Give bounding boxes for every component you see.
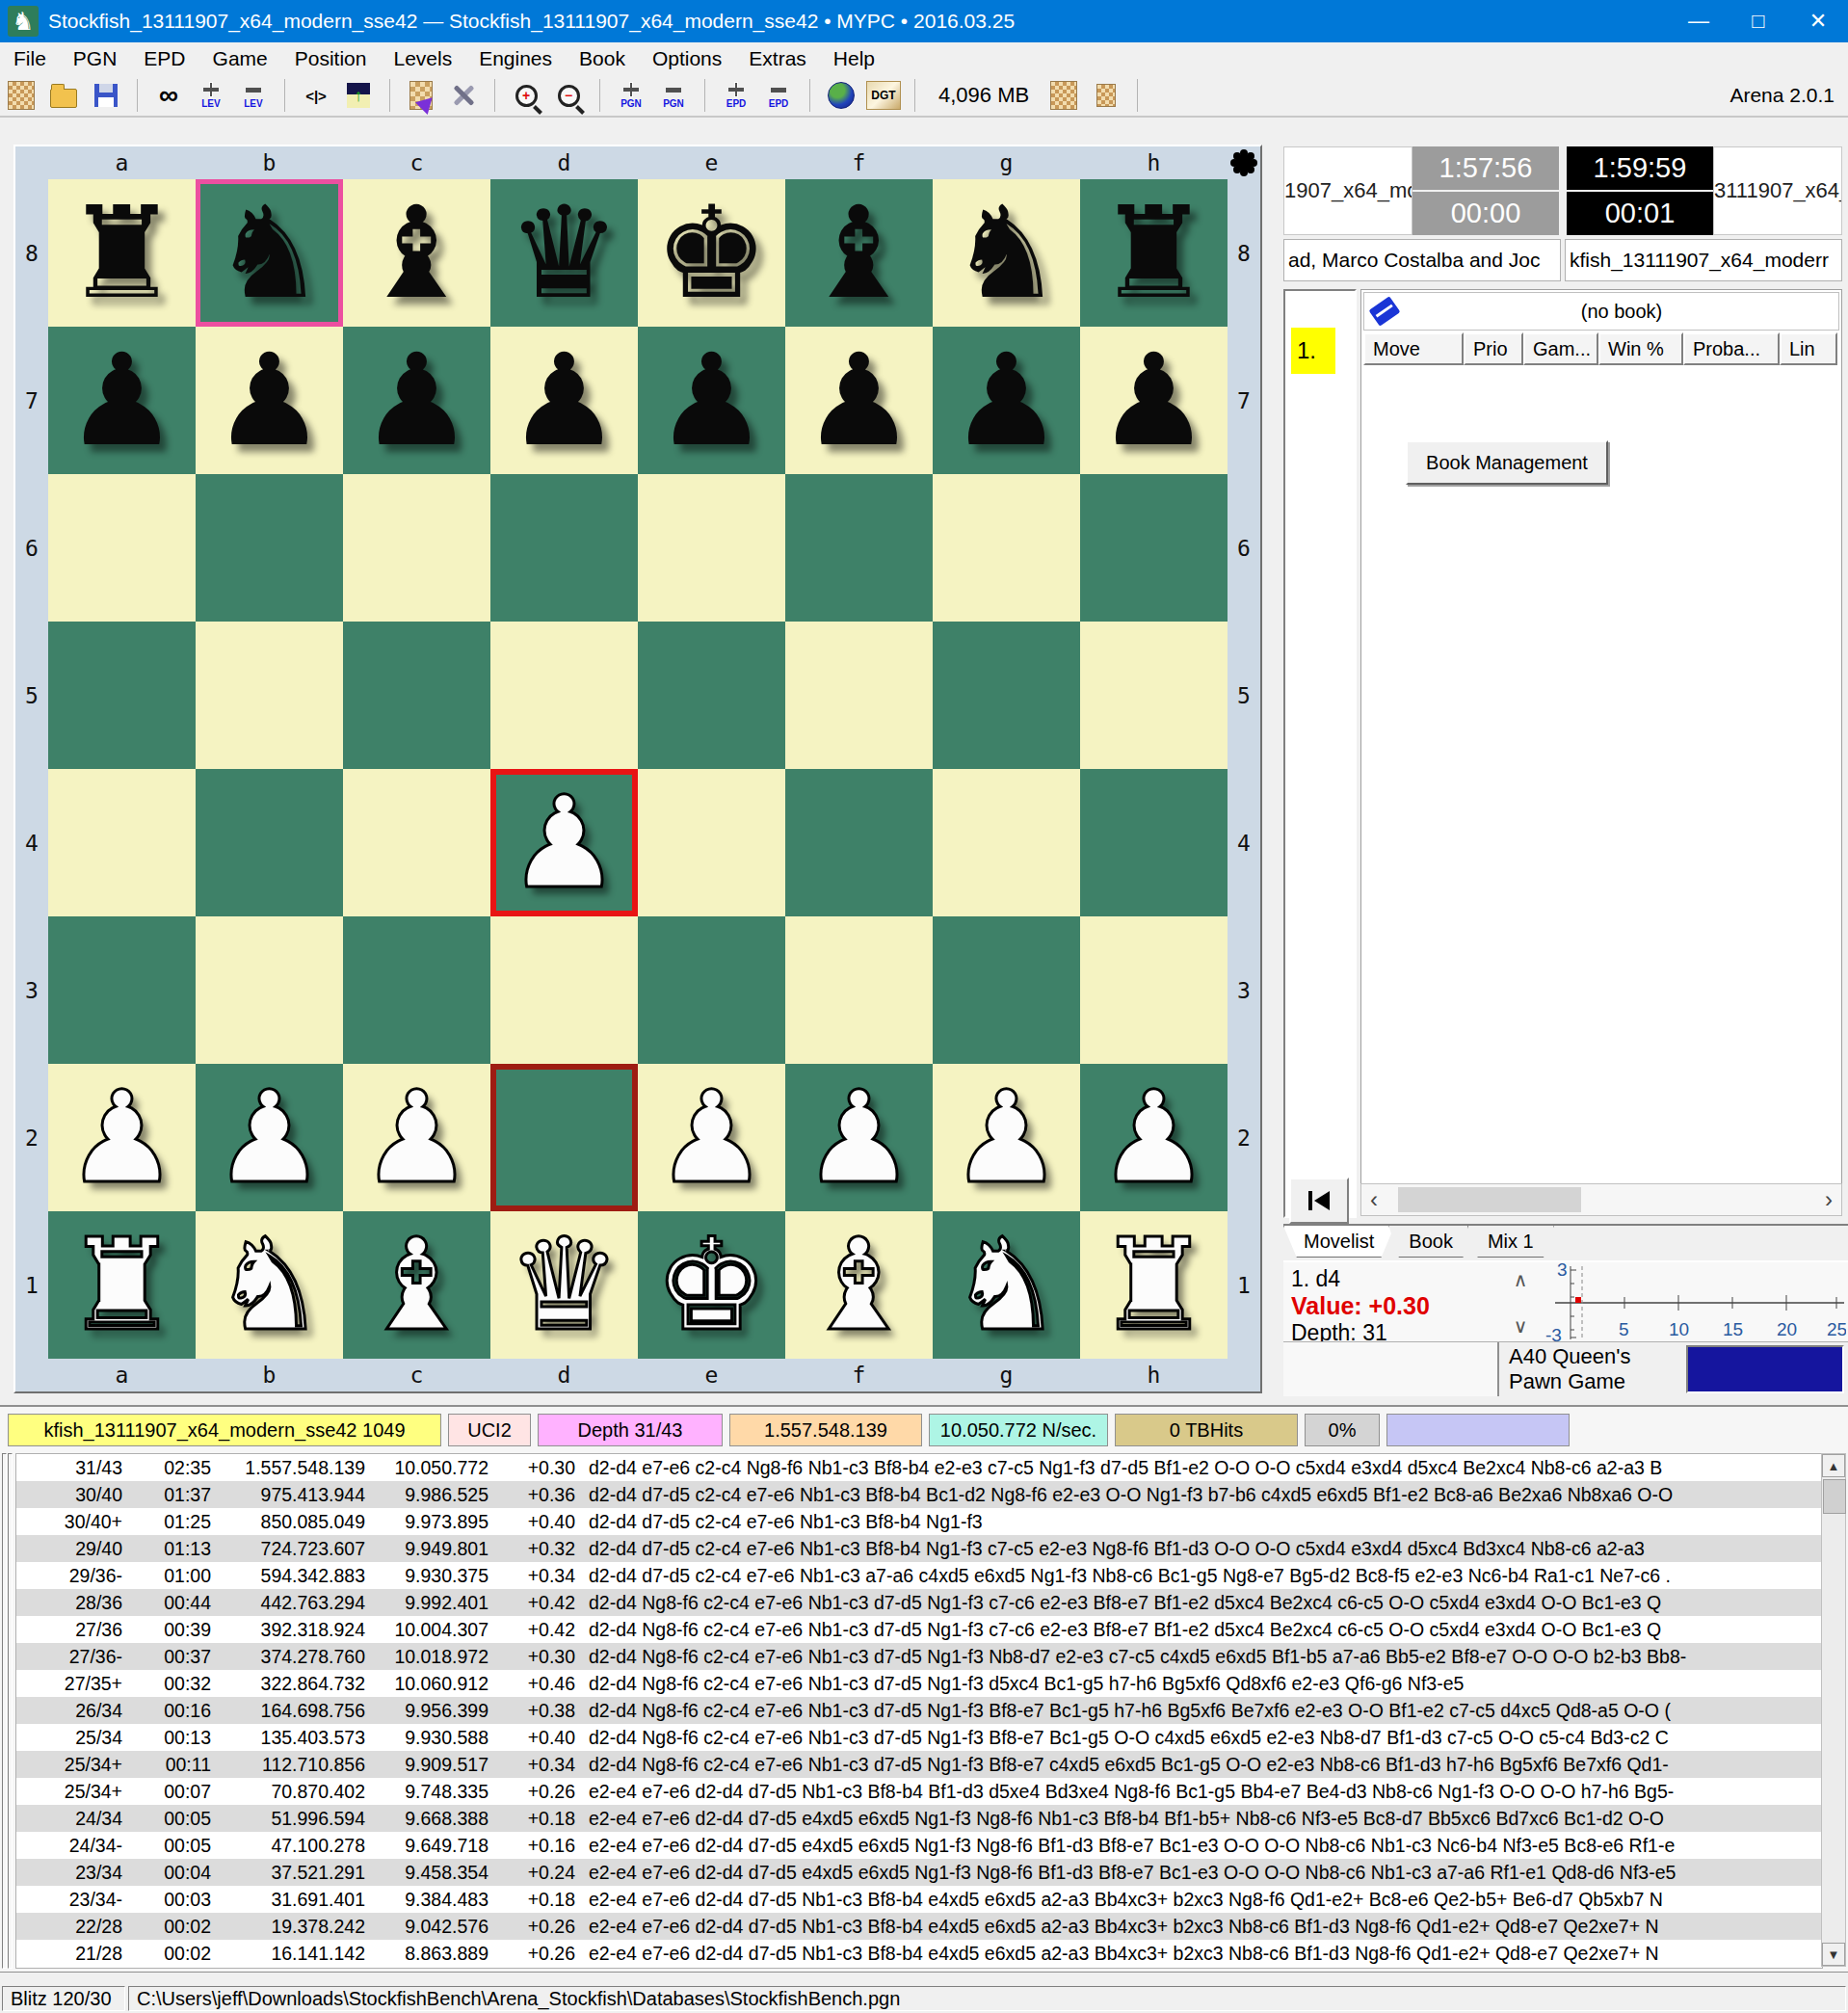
- eval-value-label: Value: +0.30: [1291, 1292, 1503, 1320]
- square-c1[interactable]: ♝: [343, 1211, 490, 1359]
- save-icon[interactable]: [92, 81, 120, 110]
- analysis-row[interactable]: 30/40+01:25850.085.0499.973.895+0.40d2-d…: [16, 1508, 1822, 1535]
- rank-label-6-right: 6: [1228, 474, 1260, 622]
- pv-cell: e2-e4 e7-e6 d2-d4 d7-d5 e4xd5 e6xd5 Ng1-…: [575, 1835, 1822, 1857]
- board-small-icon[interactable]: [1092, 81, 1121, 110]
- pv-cell: e2-e4 e7-e6 d2-d4 d7-d5 Nb1-c3 Bf8-b4 e4…: [575, 1889, 1822, 1911]
- scroll-up-icon[interactable]: ∧: [1514, 1268, 1528, 1291]
- square-h3[interactable]: [1080, 916, 1228, 1064]
- depth-cell: 30/40: [16, 1484, 122, 1506]
- tools-icon[interactable]: [449, 81, 478, 110]
- nps-cell: 10.004.307: [365, 1619, 488, 1641]
- square-g1[interactable]: ♞: [933, 1211, 1080, 1359]
- square-g3[interactable]: [933, 916, 1080, 1064]
- analysis-table[interactable]: 31/4302:351.557.548.13910.050.772+0.30d2…: [15, 1453, 1823, 1969]
- square-h4[interactable]: [1080, 769, 1228, 916]
- square-f5[interactable]: [785, 622, 933, 769]
- square-f8[interactable]: ♝: [785, 179, 933, 327]
- square-h7[interactable]: ♟: [1080, 327, 1228, 474]
- status-bar: Blitz 120/30 C:\Users\jeff\Downloads\Sto…: [0, 1984, 1848, 2013]
- book-column-proba[interactable]: Proba...: [1683, 332, 1780, 365]
- rank-label-5-left: 5: [15, 622, 48, 769]
- analysis-row[interactable]: 24/3400:0551.996.5949.668.388+0.18e2-e4 …: [16, 1805, 1822, 1832]
- time-cell: 00:13: [122, 1727, 211, 1749]
- clock-panel: 1907_x64_mo 1:57:56 00:00 1:59:59 00:01 …: [1283, 146, 1842, 283]
- black-pawn-e7[interactable]: ♟: [654, 329, 768, 473]
- menu-help[interactable]: Help: [820, 47, 888, 70]
- menu-epd[interactable]: EPD: [130, 47, 198, 70]
- square-d7[interactable]: ♟: [490, 327, 638, 474]
- eval-cell: +0.36: [488, 1484, 575, 1506]
- depth-cell: 28/36: [16, 1592, 122, 1614]
- new-game-icon[interactable]: [7, 81, 36, 110]
- square-g8[interactable]: ♞: [933, 179, 1080, 327]
- analysis-row[interactable]: 25/3400:13135.403.5739.930.588+0.40d2-d4…: [16, 1724, 1822, 1751]
- nodes-cell: 164.698.756: [211, 1700, 365, 1722]
- square-f7[interactable]: ♟: [785, 327, 933, 474]
- rank-label-7-left: 7: [15, 327, 48, 474]
- board-corner: [15, 1359, 48, 1391]
- square-a5[interactable]: [48, 622, 196, 769]
- eval-cell: +0.30: [488, 1646, 575, 1668]
- book-icon: [1369, 296, 1401, 326]
- menu-levels[interactable]: Levels: [380, 47, 465, 70]
- analysis-row[interactable]: 26/3400:16164.698.7569.956.399+0.38d2-d4…: [16, 1697, 1822, 1724]
- engine-color-indicator: [1686, 1345, 1844, 1393]
- nps-cell: 9.042.576: [365, 1916, 488, 1938]
- square-b7[interactable]: ♟: [196, 327, 343, 474]
- analysis-row[interactable]: 27/36-00:37374.278.76010.018.972+0.30d2-…: [16, 1643, 1822, 1670]
- book-horizontal-scrollbar[interactable]: ‹ ›: [1360, 1183, 1842, 1216]
- square-g5[interactable]: [933, 622, 1080, 769]
- black-pawn-f7[interactable]: ♟: [802, 329, 915, 473]
- scroll-left-icon[interactable]: ‹: [1361, 1185, 1386, 1214]
- eco-row: A40 Queen's Pawn Game: [1283, 1341, 1848, 1396]
- file-label-e-top: e: [638, 146, 785, 179]
- square-h1[interactable]: ♜: [1080, 1211, 1228, 1359]
- white-pawn-d4[interactable]: ♟: [507, 771, 620, 915]
- black-pawn-g7[interactable]: ♟: [949, 329, 1063, 473]
- black-king-e8[interactable]: ♚: [654, 181, 768, 326]
- depth-cell: 29/36-: [16, 1565, 122, 1587]
- nps-cell: 9.949.801: [365, 1538, 488, 1560]
- black-pawn-b7[interactable]: ♟: [212, 329, 326, 473]
- white-knight-g1[interactable]: ♞: [949, 1213, 1063, 1358]
- eval-cell: +0.42: [488, 1619, 575, 1641]
- nodes-cell: 51.996.594: [211, 1808, 365, 1830]
- app-icon: ♞: [8, 6, 39, 37]
- eval-cell: +0.30: [488, 1457, 575, 1479]
- pv-cell: e2-e4 e7-e6 d2-d4 d7-d5 Nb1-c3 Bf8-b4 e4…: [575, 1943, 1822, 1965]
- file-label-d-top: d: [490, 146, 638, 179]
- analysis-row[interactable]: 29/36-01:00594.342.8839.930.375+0.34d2-d…: [16, 1562, 1822, 1589]
- file-label-h-top: h: [1080, 146, 1228, 179]
- eval-cell: +0.18: [488, 1808, 575, 1830]
- square-c3[interactable]: [343, 916, 490, 1064]
- skip-to-start-icon: [1307, 1190, 1332, 1211]
- nodes-cell: 442.763.294: [211, 1592, 365, 1614]
- square-g7[interactable]: ♟: [933, 327, 1080, 474]
- analysis-vertical-scrollbar[interactable]: ▲ ▼: [1821, 1453, 1846, 1967]
- file-label-g-top: g: [933, 146, 1080, 179]
- square-b1[interactable]: ♞: [196, 1211, 343, 1359]
- square-b3[interactable]: [196, 916, 343, 1064]
- pv-cell: d2-d4 Ng8-f6 c2-c4 e7-e6 Nb1-c3 d7-d5 Ng…: [575, 1592, 1822, 1614]
- nodes-cell: 135.403.573: [211, 1727, 365, 1749]
- black-bishop-c8[interactable]: ♝: [359, 181, 473, 326]
- book-column-win%[interactable]: Win %: [1598, 332, 1683, 365]
- square-d6[interactable]: [490, 474, 638, 622]
- square-b2[interactable]: ♟: [196, 1064, 343, 1211]
- pgn-minus-icon[interactable]: PGN: [659, 81, 688, 110]
- book-management-button[interactable]: Book Management: [1406, 440, 1608, 485]
- rank-label-8-left: 8: [15, 179, 48, 327]
- chess-board[interactable]: abcdefgh8♜♞♝♛♚♝♞♜87♟♟♟♟♟♟♟♟766554♟4332♟♟…: [15, 146, 1260, 1391]
- current-move-label: 1. d4: [1291, 1266, 1503, 1292]
- panel-splitter[interactable]: [2, 1453, 13, 1967]
- menu-game[interactable]: Game: [199, 47, 281, 70]
- dgt-icon[interactable]: DGT: [869, 81, 898, 110]
- analysis-row[interactable]: 23/34-00:0331.691.4019.384.483+0.18e2-e4…: [16, 1886, 1822, 1913]
- analysis-horizontal-scrollbar[interactable]: [0, 1972, 1848, 1984]
- clock-left: 1:57:56 00:00: [1412, 146, 1559, 235]
- infinite-analysis-icon[interactable]: ∞: [154, 81, 183, 110]
- board-large-icon[interactable]: [1049, 81, 1078, 110]
- black-queen-d8[interactable]: ♛: [507, 181, 620, 326]
- black-pawn-h7[interactable]: ♟: [1096, 329, 1210, 473]
- rank-label-3-right: 3: [1228, 916, 1260, 1064]
- depth-cell: 24/34: [16, 1808, 122, 1830]
- menu-book[interactable]: Book: [566, 47, 639, 70]
- square-h8[interactable]: ♜: [1080, 179, 1228, 327]
- white-pawn-g2[interactable]: ♟: [949, 1066, 1063, 1210]
- toolbar: ∞ LEV LEV <|> ↑ + − PGN PGN EPD EPD DGT …: [0, 75, 1848, 118]
- time-cell: 00:16: [122, 1700, 211, 1722]
- square-a7[interactable]: ♟: [48, 327, 196, 474]
- square-e5[interactable]: [638, 622, 785, 769]
- white-rook-a1[interactable]: ♜: [65, 1213, 178, 1358]
- white-knight-b1[interactable]: ♞: [212, 1213, 326, 1358]
- file-label-b-top: b: [196, 146, 343, 179]
- nps-cell: 9.384.483: [365, 1889, 488, 1911]
- square-a2[interactable]: ♟: [48, 1064, 196, 1211]
- nodes-cell: 850.085.049: [211, 1511, 365, 1533]
- square-a4[interactable]: [48, 769, 196, 916]
- analysis-row[interactable]: 23/3400:0437.521.2919.458.354+0.24e2-e4 …: [16, 1859, 1822, 1886]
- square-c2[interactable]: ♟: [343, 1064, 490, 1211]
- time-cell: 00:02: [122, 1916, 211, 1938]
- scroll-down-icon[interactable]: ▼: [1822, 1943, 1845, 1966]
- square-f6[interactable]: [785, 474, 933, 622]
- scrollbar-thumb[interactable]: [1823, 1479, 1846, 1514]
- zoom-in-icon[interactable]: +: [512, 81, 541, 110]
- board-corner: [1228, 1359, 1260, 1391]
- clock-left-increment: 00:00: [1412, 190, 1559, 235]
- menu-pgn[interactable]: PGN: [60, 47, 131, 70]
- square-e6[interactable]: [638, 474, 785, 622]
- white-bishop-c1[interactable]: ♝: [359, 1213, 473, 1358]
- clock-right-increment: 00:01: [1567, 190, 1713, 235]
- swap-sides-icon[interactable]: <|>: [302, 81, 330, 110]
- nps-cell: 9.458.354: [365, 1862, 488, 1884]
- menu-extras[interactable]: Extras: [735, 47, 820, 70]
- nodes-cell: 1.557.548.139: [211, 1457, 365, 1479]
- tab-book[interactable]: Book: [1388, 1226, 1473, 1258]
- eval-cell: +0.26: [488, 1943, 575, 1965]
- black-rook-h8[interactable]: ♜: [1096, 181, 1210, 326]
- square-h2[interactable]: ♟: [1080, 1064, 1228, 1211]
- book-column-lin[interactable]: Lin: [1780, 332, 1837, 365]
- open-file-icon[interactable]: [49, 81, 78, 110]
- square-d3[interactable]: [490, 916, 638, 1064]
- square-f4[interactable]: [785, 769, 933, 916]
- depth-cell: 24/34-: [16, 1835, 122, 1857]
- square-g6[interactable]: [933, 474, 1080, 622]
- square-g2[interactable]: ♟: [933, 1064, 1080, 1211]
- square-a1[interactable]: ♜: [48, 1211, 196, 1359]
- tbhits-chip: 0 TBHits: [1115, 1414, 1298, 1446]
- pv-cell: e2-e4 e7-e6 d2-d4 d7-d5 Nb1-c3 Bf8-b4 Bf…: [575, 1781, 1822, 1803]
- movelist-strip: 1.: [1283, 289, 1357, 1218]
- eval-cell: +0.46: [488, 1673, 575, 1695]
- file-label-c-bottom: c: [343, 1359, 490, 1391]
- black-bishop-f8[interactable]: ♝: [802, 181, 915, 326]
- flip-board-icon[interactable]: ↑: [344, 81, 373, 110]
- square-h6[interactable]: [1080, 474, 1228, 622]
- analysis-row[interactable]: 31/4302:351.557.548.13910.050.772+0.30d2…: [16, 1454, 1822, 1481]
- analysis-row[interactable]: 21/2800:0216.141.1428.863.889+0.26e2-e4 …: [16, 1940, 1822, 1967]
- square-d1[interactable]: ♛: [490, 1211, 638, 1359]
- black-rook-a8[interactable]: ♜: [65, 181, 178, 326]
- nodes-cell: 392.318.924: [211, 1619, 365, 1641]
- black-pawn-d7[interactable]: ♟: [507, 329, 620, 473]
- level-plus-icon[interactable]: LEV: [197, 81, 225, 110]
- black-knight-b8[interactable]: ♞: [212, 181, 326, 326]
- white-pawn-h2[interactable]: ♟: [1096, 1066, 1210, 1210]
- pgn-plus-icon[interactable]: PGN: [617, 81, 646, 110]
- analysis-row[interactable]: 27/35+00:32322.864.73210.060.912+0.46d2-…: [16, 1670, 1822, 1697]
- white-rook-h1[interactable]: ♜: [1096, 1213, 1210, 1358]
- white-bishop-f1[interactable]: ♝: [802, 1213, 915, 1358]
- nps-cell: 9.986.525: [365, 1484, 488, 1506]
- maximize-button[interactable]: □: [1729, 0, 1788, 42]
- nodes-cell: 724.723.607: [211, 1538, 365, 1560]
- eval-cell: +0.34: [488, 1565, 575, 1587]
- analysis-row[interactable]: 25/34+00:11112.710.8569.909.517+0.34d2-d…: [16, 1751, 1822, 1778]
- time-cell: 00:39: [122, 1619, 211, 1641]
- zoom-out-icon[interactable]: −: [554, 81, 583, 110]
- square-h5[interactable]: [1080, 622, 1228, 769]
- menu-engines[interactable]: Engines: [465, 47, 566, 70]
- rank-label-2-right: 2: [1228, 1064, 1260, 1211]
- square-f2[interactable]: ♟: [785, 1064, 933, 1211]
- square-e7[interactable]: ♟: [638, 327, 785, 474]
- analysis-row[interactable]: 24/34-00:0547.100.2789.649.718+0.16e2-e4…: [16, 1832, 1822, 1859]
- epd-plus-icon[interactable]: EPD: [722, 81, 751, 110]
- white-king-e1[interactable]: ♚: [654, 1213, 768, 1358]
- engine-authors-left: ad, Marco Costalba and Joc: [1283, 239, 1561, 281]
- side-to-move-icon: [1228, 146, 1260, 179]
- depth-cell: 27/36: [16, 1619, 122, 1641]
- tab-mix1[interactable]: Mix 1: [1467, 1226, 1554, 1258]
- nodes-chip: 1.557.548.139: [729, 1414, 922, 1446]
- panel-tabs: MovelistBookMix 1: [1283, 1224, 1848, 1260]
- nps-cell: 8.863.889: [365, 1943, 488, 1965]
- black-pawn-c7[interactable]: ♟: [359, 329, 473, 473]
- book-column-prio[interactable]: Prio: [1464, 332, 1523, 365]
- analysis-row[interactable]: 28/3600:44442.763.2949.992.401+0.42d2-d4…: [16, 1589, 1822, 1616]
- analysis-row[interactable]: 22/2800:0219.378.2429.042.576+0.26e2-e4 …: [16, 1913, 1822, 1940]
- move-number-cell[interactable]: 1.: [1291, 328, 1335, 374]
- nodes-cell: 594.342.883: [211, 1565, 365, 1587]
- analysis-row[interactable]: 27/3600:39392.318.92410.004.307+0.42d2-d…: [16, 1616, 1822, 1643]
- depth-cell: 27/35+: [16, 1673, 122, 1695]
- pv-cell: d2-d4 Ng8-f6 c2-c4 e7-e6 Nb1-c3 d7-d5 Ng…: [575, 1727, 1822, 1749]
- pv-cell: d2-d4 d7-d5 c2-c4 e7-e6 Nb1-c3 a7-a6 c4x…: [575, 1565, 1822, 1587]
- white-pawn-c2[interactable]: ♟: [359, 1066, 473, 1210]
- depth-cell: 23/34-: [16, 1889, 122, 1911]
- square-d2[interactable]: [490, 1064, 638, 1211]
- square-b4[interactable]: [196, 769, 343, 916]
- rank-label-6-left: 6: [15, 474, 48, 622]
- scrollbar-thumb[interactable]: [1398, 1187, 1581, 1212]
- nps-cell: 9.649.718: [365, 1835, 488, 1857]
- time-cell: 00:44: [122, 1592, 211, 1614]
- nps-cell: 9.909.517: [365, 1754, 488, 1776]
- time-cell: 00:32: [122, 1673, 211, 1695]
- pv-cell: d2-d4 d7-d5 c2-c4 e7-e6 Nb1-c3 Bf8-b4 Ng…: [575, 1538, 1822, 1560]
- clock-left-time: 1:57:56: [1412, 146, 1559, 190]
- engine-status-strip: kfish_13111907_x64_modern_sse42 1049UCI2…: [8, 1413, 1576, 1447]
- depth-cell: 31/43: [16, 1457, 122, 1479]
- menu-file[interactable]: File: [0, 47, 60, 70]
- time-cell: 02:35: [122, 1457, 211, 1479]
- analysis-row[interactable]: 25/34+00:0770.870.4029.748.335+0.26e2-e4…: [16, 1778, 1822, 1805]
- close-button[interactable]: ✕: [1788, 0, 1848, 42]
- engine-name-chip: kfish_13111907_x64_modern_sse42 1049: [8, 1414, 441, 1446]
- time-cell: 01:25: [122, 1511, 211, 1533]
- time-control-label: Blitz 120/30: [2, 1986, 125, 2011]
- eval-cell: +0.26: [488, 1916, 575, 1938]
- menu-bar: FilePGNEPDGamePositionLevelsEnginesBookO…: [0, 42, 1848, 76]
- square-e3[interactable]: [638, 916, 785, 1064]
- nodes-cell: 16.141.142: [211, 1943, 365, 1965]
- chess-board-panel: abcdefgh8♜♞♝♛♚♝♞♜87♟♟♟♟♟♟♟♟766554♟4332♟♟…: [13, 145, 1262, 1393]
- square-e2[interactable]: ♟: [638, 1064, 785, 1211]
- rank-label-7-right: 7: [1228, 327, 1260, 474]
- white-pawn-f2[interactable]: ♟: [802, 1066, 915, 1210]
- square-a8[interactable]: ♜: [48, 179, 196, 327]
- go-to-start-button[interactable]: [1289, 1178, 1349, 1224]
- time-cell: 00:07: [122, 1781, 211, 1803]
- hash-memory-label: 4,096 MB: [938, 83, 1029, 108]
- nodes-cell: 975.413.944: [211, 1484, 365, 1506]
- engine-label-right: kfish_13111907_x64_moderr: [1565, 239, 1842, 281]
- level-minus-icon[interactable]: LEV: [239, 81, 268, 110]
- square-f3[interactable]: [785, 916, 933, 1064]
- clock-right-time: 1:59:59: [1567, 146, 1713, 190]
- square-a6[interactable]: [48, 474, 196, 622]
- book-column-headers: MovePrioGam...Win %Proba...Lin: [1363, 332, 1839, 365]
- file-label-a-bottom: a: [48, 1359, 196, 1391]
- nps-cell: 9.956.399: [365, 1700, 488, 1722]
- square-a3[interactable]: [48, 916, 196, 1064]
- spare-chip: [1386, 1414, 1570, 1446]
- file-label-a-top: a: [48, 146, 196, 179]
- white-queen-d1[interactable]: ♛: [507, 1213, 620, 1358]
- depth-cell: 26/34: [16, 1700, 122, 1722]
- black-pawn-a7[interactable]: ♟: [65, 329, 178, 473]
- white-pawn-b2[interactable]: ♟: [212, 1066, 326, 1210]
- square-d8[interactable]: ♛: [490, 179, 638, 327]
- square-d5[interactable]: [490, 622, 638, 769]
- depth-cell: 25/34+: [16, 1781, 122, 1803]
- minimize-button[interactable]: —: [1669, 0, 1729, 42]
- tab-movelist[interactable]: Movelist: [1283, 1226, 1394, 1258]
- nodes-cell: 70.870.402: [211, 1781, 365, 1803]
- time-cell: 01:00: [122, 1565, 211, 1587]
- square-e8[interactable]: ♚: [638, 179, 785, 327]
- pv-cell: e2-e4 e7-e6 d2-d4 d7-d5 e4xd5 e6xd5 Ng1-…: [575, 1862, 1822, 1884]
- square-b5[interactable]: [196, 622, 343, 769]
- square-c7[interactable]: ♟: [343, 327, 490, 474]
- nodes-cell: 322.864.732: [211, 1673, 365, 1695]
- epd-minus-icon[interactable]: EPD: [764, 81, 793, 110]
- square-c8[interactable]: ♝: [343, 179, 490, 327]
- square-f1[interactable]: ♝: [785, 1211, 933, 1359]
- square-e4[interactable]: [638, 769, 785, 916]
- scroll-up-icon[interactable]: ▲: [1822, 1454, 1845, 1477]
- white-pawn-a2[interactable]: ♟: [65, 1066, 178, 1210]
- scroll-down-icon[interactable]: ∨: [1514, 1314, 1528, 1338]
- eval-cell: +0.38: [488, 1700, 575, 1722]
- square-b8[interactable]: ♞: [196, 179, 343, 327]
- square-g4[interactable]: [933, 769, 1080, 916]
- time-cell: 00:37: [122, 1646, 211, 1668]
- square-b6[interactable]: [196, 474, 343, 622]
- menu-position[interactable]: Position: [281, 47, 381, 70]
- book-column-gam[interactable]: Gam...: [1523, 332, 1598, 365]
- nodes-cell: 112.710.856: [211, 1754, 365, 1776]
- book-name-label: (no book): [1405, 301, 1838, 323]
- rank-label-3-left: 3: [15, 916, 48, 1064]
- pv-cell: d2-d4 e7-e6 c2-c4 Ng8-f6 Nb1-c3 Bf8-b4 e…: [575, 1457, 1822, 1479]
- globe-icon[interactable]: [827, 81, 856, 110]
- time-cell: 00:05: [122, 1808, 211, 1830]
- book-column-move[interactable]: Move: [1363, 332, 1464, 365]
- time-cell: 01:37: [122, 1484, 211, 1506]
- eval-cell: +0.16: [488, 1835, 575, 1857]
- scroll-right-icon[interactable]: ›: [1816, 1185, 1841, 1214]
- white-pawn-e2[interactable]: ♟: [654, 1066, 768, 1210]
- nps-cell: 9.930.375: [365, 1565, 488, 1587]
- analysis-row[interactable]: 29/4001:13724.723.6079.949.801+0.32d2-d4…: [16, 1535, 1822, 1562]
- svg-text:15: 15: [1723, 1319, 1743, 1339]
- square-c6[interactable]: [343, 474, 490, 622]
- rank-label-2-left: 2: [15, 1064, 48, 1211]
- nps-cell: 9.930.588: [365, 1727, 488, 1749]
- analysis-info-panel: 1. d4 Value: +0.30 Depth: 31 ∧ ∨ 3 -3 5 …: [1283, 1260, 1848, 1343]
- square-d4[interactable]: ♟: [490, 769, 638, 916]
- square-c5[interactable]: [343, 622, 490, 769]
- black-knight-g8[interactable]: ♞: [949, 181, 1063, 326]
- menu-options[interactable]: Options: [639, 47, 735, 70]
- analysis-row[interactable]: 30/4001:37975.413.9449.986.525+0.36d2-d4…: [16, 1481, 1822, 1508]
- time-cell: 00:05: [122, 1835, 211, 1857]
- square-e1[interactable]: ♚: [638, 1211, 785, 1359]
- square-c4[interactable]: [343, 769, 490, 916]
- setup-position-icon[interactable]: [407, 81, 436, 110]
